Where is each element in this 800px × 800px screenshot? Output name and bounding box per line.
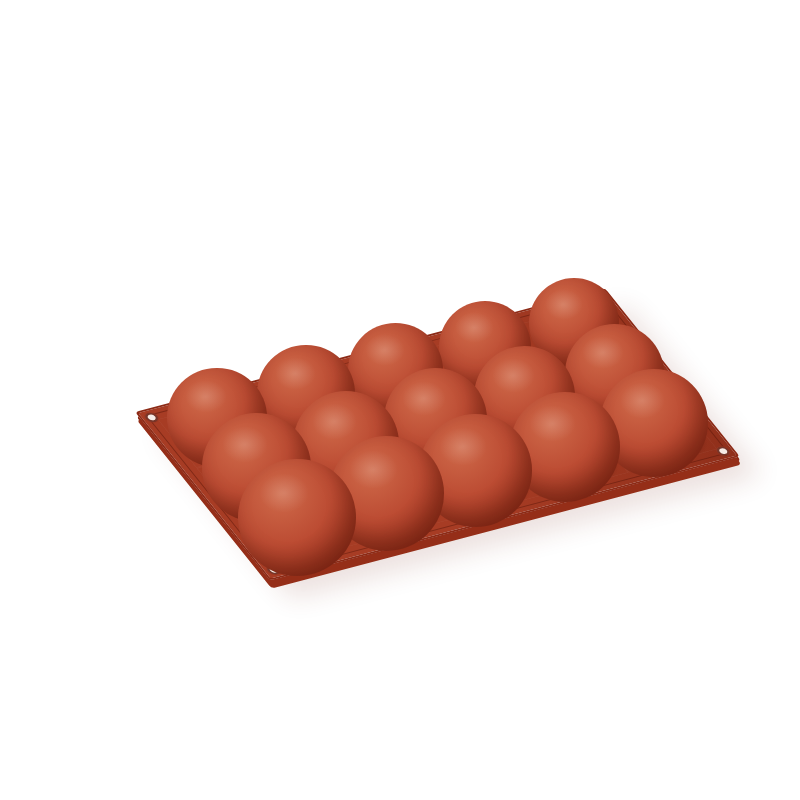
product-photo: Product photo of a terracotta-coloured f… <box>40 16 800 800</box>
corner-hole <box>265 564 282 575</box>
cavity-grid <box>157 302 717 566</box>
corner-hole <box>715 445 732 456</box>
photo-caption: Product photo of a terracotta-coloured f… <box>40 16 41 17</box>
mold-plate <box>135 288 740 580</box>
corner-hole <box>143 412 160 423</box>
